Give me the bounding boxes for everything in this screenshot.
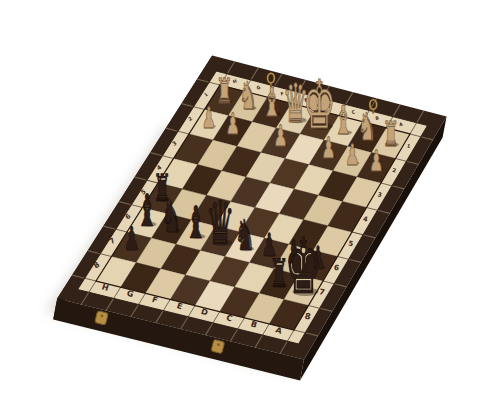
piece-white-pawn-h2: ♟ bbox=[369, 143, 384, 178]
svg-text:♟: ♟ bbox=[369, 143, 384, 178]
piece-white-rook-h1: ♜ bbox=[382, 114, 399, 155]
brass-clasp bbox=[95, 311, 109, 325]
chess-set-product-photo: 1122334455667788HHGGFFEEDDCCBBAA♜♞♝♛♚♝♞♜… bbox=[0, 0, 500, 400]
piece-white-pawn-g2: ♟ bbox=[345, 137, 360, 172]
piece-black-knight-b6: ♞ bbox=[161, 192, 182, 242]
svg-text:♟: ♟ bbox=[345, 137, 360, 172]
piece-white-knight-b1: ♞ bbox=[239, 73, 258, 118]
svg-text:♟: ♟ bbox=[273, 119, 288, 154]
piece-white-pawn-f2: ♟ bbox=[321, 131, 336, 166]
piece-white-pawn-a2: ♟ bbox=[201, 101, 216, 136]
svg-text:♞: ♞ bbox=[234, 211, 255, 261]
brass-clasp bbox=[211, 339, 225, 353]
svg-text:♛: ♛ bbox=[206, 188, 236, 257]
piece-white-pawn-b2: ♟ bbox=[225, 107, 240, 142]
piece-black-king-h7: ♚ bbox=[285, 223, 323, 312]
piece-black-bishop-c6: ♝ bbox=[185, 196, 207, 249]
svg-text:♞: ♞ bbox=[358, 104, 377, 149]
piece-black-queen-d6: ♛ bbox=[206, 188, 236, 257]
piece-white-pawn-d2: ♟ bbox=[273, 119, 288, 154]
chess-board-scene: 1122334455667788HHGGFFEEDDCCBBAA♜♞♝♛♚♝♞♜… bbox=[0, 0, 500, 400]
svg-text:♟: ♟ bbox=[225, 107, 240, 142]
svg-text:♝: ♝ bbox=[185, 196, 207, 249]
svg-text:♜: ♜ bbox=[382, 114, 399, 155]
svg-text:♚: ♚ bbox=[285, 223, 323, 312]
svg-text:♟: ♟ bbox=[201, 101, 216, 136]
svg-text:♟: ♟ bbox=[321, 131, 336, 166]
piece-black-pawn-a7: ♟ bbox=[123, 219, 139, 257]
piece-black-knight-e6: ♞ bbox=[234, 211, 255, 261]
svg-text:♟: ♟ bbox=[123, 219, 139, 257]
svg-text:♞: ♞ bbox=[161, 192, 182, 242]
piece-white-knight-g1: ♞ bbox=[358, 104, 377, 149]
svg-text:♞: ♞ bbox=[239, 73, 258, 118]
